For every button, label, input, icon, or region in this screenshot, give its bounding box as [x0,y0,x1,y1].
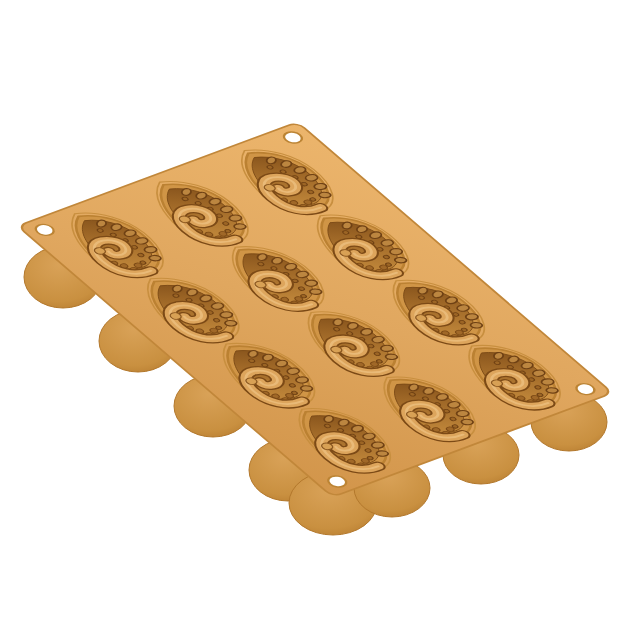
product-photo [0,0,620,620]
mold-sheet [18,122,613,497]
silicone-mold-image [0,0,620,620]
